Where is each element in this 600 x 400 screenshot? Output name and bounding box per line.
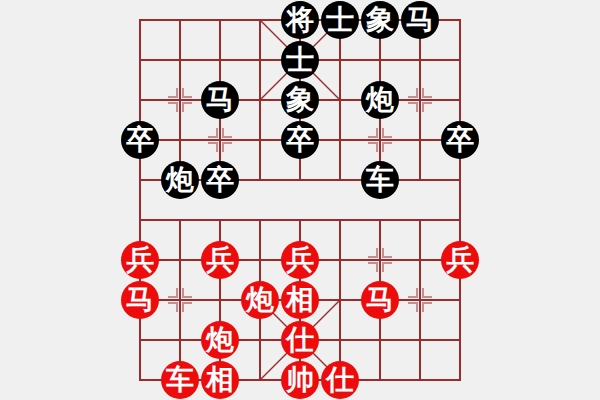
black-horse[interactable]: 马 — [401, 1, 439, 39]
black-chariot[interactable]: 车 — [361, 161, 399, 199]
red-advisor[interactable]: 仕 — [321, 361, 359, 399]
red-cannon[interactable]: 炮 — [241, 281, 279, 319]
black-cannon[interactable]: 炮 — [361, 81, 399, 119]
black-advisor[interactable]: 士 — [321, 1, 359, 39]
red-soldier[interactable]: 兵 — [441, 241, 479, 279]
black-general[interactable]: 将 — [281, 1, 319, 39]
red-soldier[interactable]: 兵 — [281, 241, 319, 279]
red-soldier[interactable]: 兵 — [201, 241, 239, 279]
black-advisor[interactable]: 士 — [281, 41, 319, 79]
black-soldier[interactable]: 卒 — [281, 121, 319, 159]
xiangqi-board: 将士象马士马象炮卒卒卒炮卒车兵兵兵兵马炮相马炮仕车相帅仕 — [0, 0, 600, 400]
black-soldier[interactable]: 卒 — [201, 161, 239, 199]
red-king[interactable]: 帅 — [281, 361, 319, 399]
red-elephant[interactable]: 相 — [201, 361, 239, 399]
red-cannon[interactable]: 炮 — [201, 321, 239, 359]
red-advisor[interactable]: 仕 — [281, 321, 319, 359]
black-cannon[interactable]: 炮 — [161, 161, 199, 199]
black-elephant[interactable]: 象 — [281, 81, 319, 119]
black-soldier[interactable]: 卒 — [121, 121, 159, 159]
red-soldier[interactable]: 兵 — [121, 241, 159, 279]
black-horse[interactable]: 马 — [201, 81, 239, 119]
red-horse[interactable]: 马 — [121, 281, 159, 319]
red-chariot[interactable]: 车 — [161, 361, 199, 399]
black-soldier[interactable]: 卒 — [441, 121, 479, 159]
red-horse[interactable]: 马 — [361, 281, 399, 319]
red-elephant[interactable]: 相 — [281, 281, 319, 319]
black-elephant[interactable]: 象 — [361, 1, 399, 39]
